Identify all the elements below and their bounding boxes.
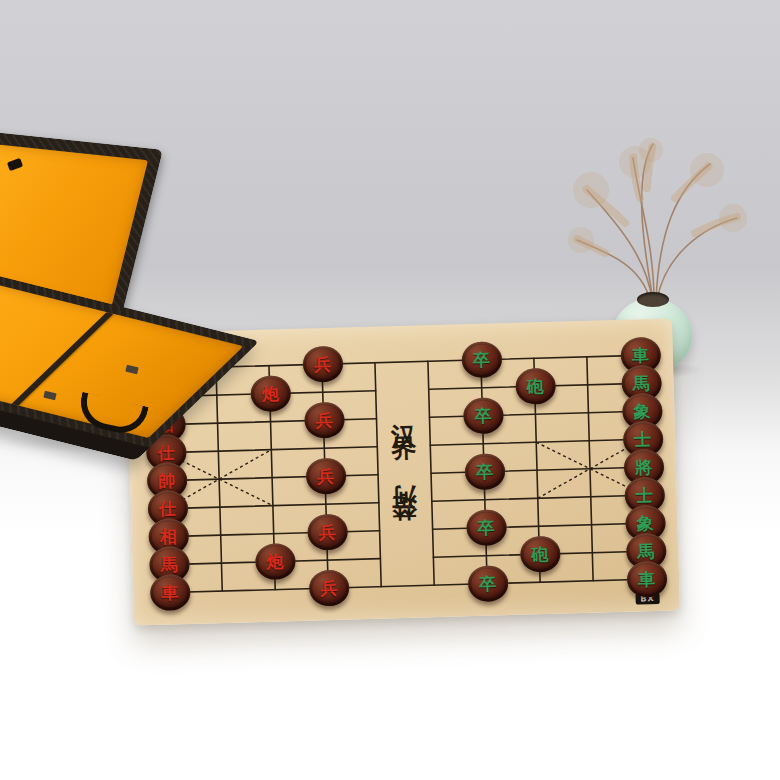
piece-character: 卒 bbox=[477, 516, 495, 539]
board-intersection bbox=[511, 456, 565, 485]
piece-character: 炮 bbox=[266, 550, 284, 573]
piece-character: 馬 bbox=[632, 372, 650, 395]
piece-character: 馬 bbox=[160, 553, 178, 576]
board-intersection bbox=[564, 482, 618, 511]
piece-character: 兵 bbox=[317, 464, 335, 487]
board-intersection: 兵 bbox=[299, 461, 353, 490]
board-intersection: 砲 bbox=[508, 372, 562, 401]
piece-character: 相 bbox=[159, 525, 177, 548]
piece-character: 兵 bbox=[318, 520, 336, 543]
board-intersection bbox=[510, 428, 564, 457]
piece-character: 象 bbox=[633, 400, 651, 423]
red-soldier-piece[interactable]: 兵 bbox=[308, 570, 349, 607]
piece-character: 卒 bbox=[473, 348, 491, 371]
river-label-chuhe: 楚河 bbox=[387, 483, 424, 576]
board-intersection: 卒 bbox=[458, 457, 512, 486]
piece-character: 兵 bbox=[315, 408, 333, 431]
piece-character: 車 bbox=[632, 344, 650, 367]
board-intersection bbox=[196, 576, 250, 605]
piece-character: 將 bbox=[635, 456, 653, 479]
piece-character: 仕 bbox=[159, 497, 177, 520]
piece-character: 炮 bbox=[261, 382, 279, 405]
board-intersection bbox=[194, 520, 248, 549]
piece-character: 車 bbox=[638, 568, 656, 591]
piece-character: 卒 bbox=[476, 460, 494, 483]
board-intersection: 兵 bbox=[297, 405, 351, 434]
board-intersection bbox=[565, 510, 619, 539]
board-intersection bbox=[195, 548, 249, 577]
board-intersection: 卒 bbox=[461, 569, 515, 598]
board-intersection bbox=[560, 342, 614, 371]
board-intersection bbox=[561, 370, 615, 399]
green-chariot-piece[interactable]: 車 bbox=[626, 561, 667, 598]
board-intersection: 卒 bbox=[459, 513, 513, 542]
board-intersection: 炮 bbox=[248, 547, 302, 576]
board-intersection bbox=[564, 454, 618, 483]
board-intersection: 兵 bbox=[302, 573, 356, 602]
red-chariot-piece[interactable]: 車 bbox=[149, 574, 190, 611]
board-intersection: 兵 bbox=[296, 349, 350, 378]
board-intersection bbox=[355, 572, 409, 601]
piece-character: 砲 bbox=[531, 542, 549, 565]
piece-character: 兵 bbox=[320, 576, 338, 599]
board-intersection bbox=[194, 492, 248, 521]
vase-mouth bbox=[637, 292, 669, 307]
board-intersection bbox=[511, 483, 565, 512]
board-intersection: 車 bbox=[620, 565, 674, 594]
piece-character: 車 bbox=[161, 581, 179, 604]
piece-storage-box bbox=[0, 0, 260, 470]
piece-character: 砲 bbox=[526, 375, 544, 398]
box-tray-divider bbox=[11, 312, 113, 405]
board-intersection bbox=[247, 491, 301, 520]
piece-character: 卒 bbox=[479, 572, 497, 595]
piece-character: 兵 bbox=[314, 352, 332, 375]
piece-character: 象 bbox=[636, 512, 654, 535]
board-intersection: 卒 bbox=[456, 401, 510, 430]
photo-scene: 車兵卒車馬炮砲馬相兵卒象仕士帥兵卒將仕士相兵卒象馬炮砲馬車兵卒車 汉界 楚河 B… bbox=[0, 0, 780, 780]
board-intersection bbox=[567, 566, 621, 595]
board-intersection: 兵 bbox=[300, 517, 354, 546]
river-label-hanjie: 汉界 bbox=[384, 370, 421, 463]
board-intersection: 車 bbox=[143, 578, 197, 607]
board-intersection bbox=[562, 398, 616, 427]
piece-character: 士 bbox=[634, 428, 652, 451]
green-soldier-piece[interactable]: 卒 bbox=[467, 565, 508, 602]
piece-character: 士 bbox=[635, 484, 653, 507]
piece-character: 帥 bbox=[158, 469, 176, 492]
board-intersection bbox=[563, 426, 617, 455]
board-intersection: 卒 bbox=[455, 345, 509, 374]
board-intersection bbox=[566, 538, 620, 567]
board-intersection: 砲 bbox=[513, 539, 567, 568]
piece-character: 馬 bbox=[637, 540, 655, 563]
piece-character: 卒 bbox=[474, 404, 492, 427]
